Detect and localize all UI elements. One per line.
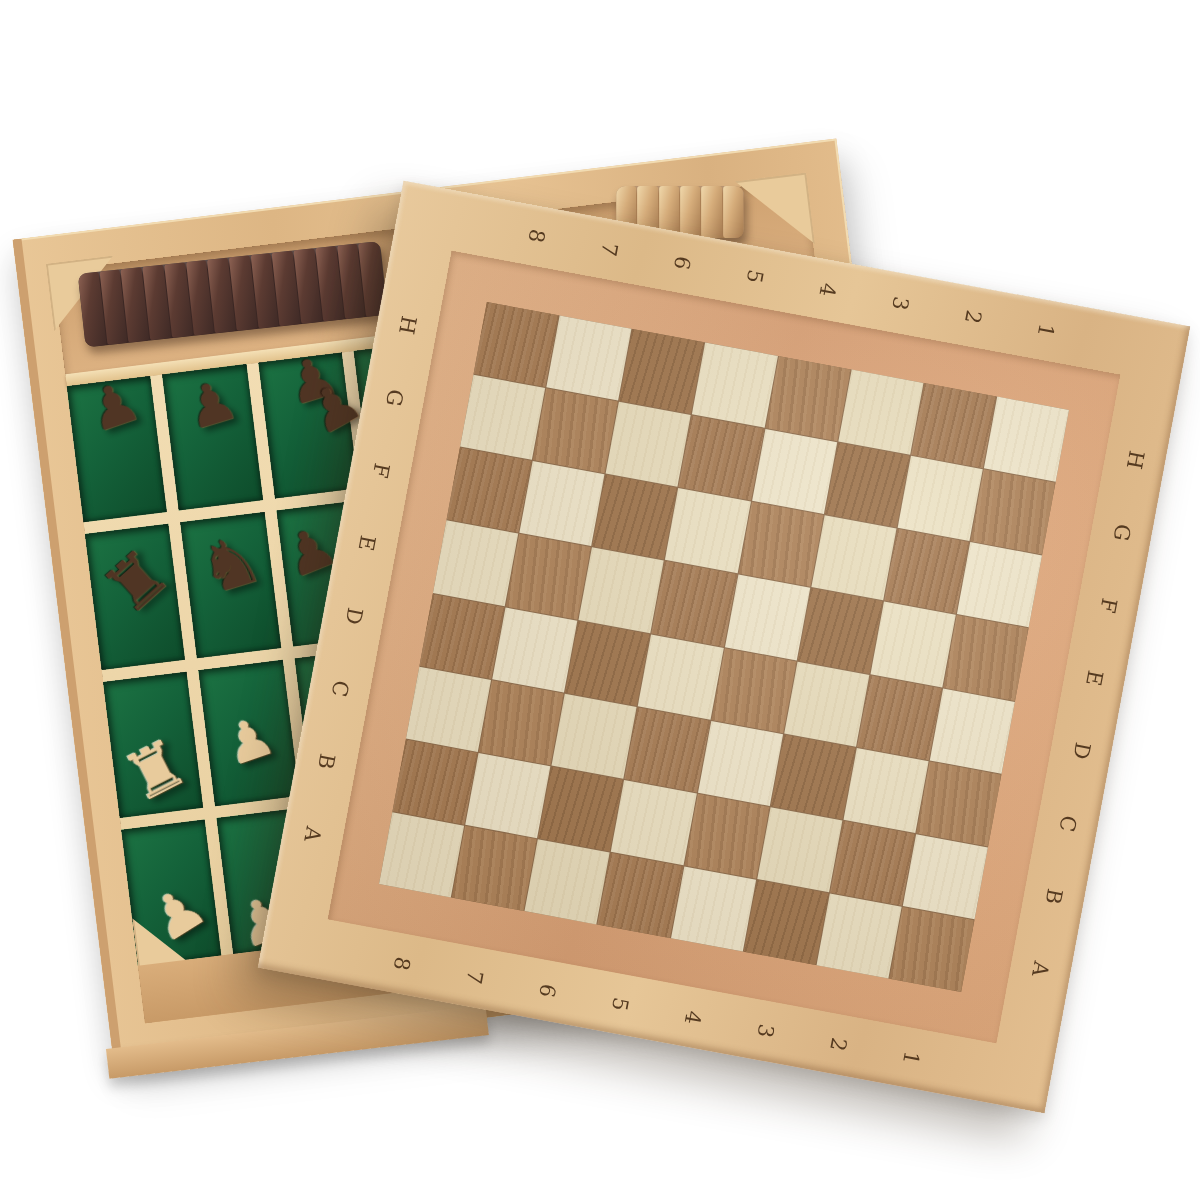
coord-label: A (1027, 959, 1053, 978)
coord-cell: 4 (654, 999, 731, 1036)
board-square[interactable] (393, 739, 478, 824)
dark-checkers-stack[interactable] (78, 241, 388, 347)
coord-label: 7 (462, 968, 488, 986)
board-square[interactable] (598, 853, 683, 938)
product-photo-stage: ♟♟♟♟♜♞♟♜♟♟♟ 87654321 87654321 HGFEDCBA H… (0, 0, 1200, 1200)
coord-label: A (300, 825, 326, 844)
coord-cell: 8 (498, 217, 575, 254)
board-square[interactable] (465, 753, 550, 838)
storage-cell (258, 352, 358, 498)
board-square[interactable] (857, 675, 942, 760)
coord-cell: 3 (862, 285, 939, 322)
coord-label: 8 (389, 955, 415, 973)
coord-label: 6 (534, 982, 560, 1000)
coord-label: 2 (825, 1036, 851, 1054)
board-square[interactable] (930, 688, 1015, 773)
storage-cell (162, 364, 262, 510)
board-square[interactable] (638, 634, 723, 719)
board-square[interactable] (619, 329, 704, 414)
board-square[interactable] (743, 880, 828, 965)
board-square[interactable] (770, 734, 855, 819)
coord-cell: 6 (509, 972, 586, 1009)
storage-cell (85, 524, 185, 670)
board-square[interactable] (889, 907, 974, 992)
board-square[interactable] (652, 561, 737, 646)
board-square[interactable] (506, 534, 591, 619)
chess-board: 87654321 87654321 HGFEDCBA HGFEDCBA (258, 181, 1190, 1113)
coord-label: 5 (607, 995, 633, 1013)
coord-cell: 7 (571, 231, 648, 268)
storage-cell (103, 672, 203, 818)
coord-label: D (340, 605, 367, 626)
board-square[interactable] (492, 607, 577, 692)
board-square[interactable] (784, 661, 869, 746)
coord-label: E (354, 533, 380, 552)
board-square[interactable] (452, 826, 537, 911)
coord-label: 1 (1033, 322, 1059, 340)
coord-cell: 5 (716, 258, 793, 295)
light-checker-disc[interactable] (680, 186, 700, 238)
board-square[interactable] (460, 375, 545, 460)
coord-label: C (327, 679, 354, 699)
coord-cell: 2 (800, 1026, 877, 1063)
board-square[interactable] (884, 529, 969, 614)
coord-label: 3 (753, 1022, 779, 1040)
coord-label: E (1081, 668, 1107, 687)
board-square[interactable] (592, 475, 677, 560)
board-square[interactable] (725, 575, 810, 660)
coord-cell: 8 (363, 945, 440, 982)
coord-label: D (1068, 740, 1095, 761)
board-square[interactable] (897, 456, 982, 541)
board-square[interactable] (546, 316, 631, 401)
coord-label: F (1095, 596, 1121, 615)
board-squares (379, 302, 1069, 992)
board-square[interactable] (538, 766, 623, 851)
board-square[interactable] (525, 839, 610, 924)
coord-label: B (313, 752, 339, 772)
board-square[interactable] (797, 588, 882, 673)
board-square[interactable] (671, 866, 756, 951)
coord-label: F (367, 461, 393, 480)
coord-cell: 7 (436, 959, 513, 996)
board-square[interactable] (474, 302, 559, 387)
coord-cell: 1 (1008, 312, 1085, 349)
board-square[interactable] (406, 666, 491, 751)
storage-cell (67, 376, 167, 522)
board-square[interactable] (903, 834, 988, 919)
coord-cell: 5 (582, 986, 659, 1023)
corner-block-right (735, 172, 815, 252)
board-square[interactable] (519, 461, 604, 546)
board-square[interactable] (479, 680, 564, 765)
coord-label: 2 (960, 308, 986, 326)
board-square[interactable] (911, 383, 996, 468)
light-checker-disc[interactable] (701, 186, 721, 238)
board-square[interactable] (692, 343, 777, 428)
board-square[interactable] (830, 820, 915, 905)
board-square[interactable] (765, 356, 850, 441)
board-square[interactable] (611, 780, 696, 865)
board-square[interactable] (625, 707, 710, 792)
board-square[interactable] (984, 397, 1069, 482)
board-square[interactable] (757, 807, 842, 892)
board-square[interactable] (679, 415, 764, 500)
board-square[interactable] (698, 720, 783, 805)
coord-label: 8 (524, 227, 550, 245)
coord-label: C (1054, 813, 1081, 833)
board-square[interactable] (606, 402, 691, 487)
board-square[interactable] (579, 548, 664, 633)
board-square[interactable] (824, 442, 909, 527)
coord-label: 3 (888, 295, 914, 313)
coord-label: B (1041, 887, 1067, 907)
storage-cell (199, 660, 299, 806)
coord-label: H (1122, 449, 1149, 471)
coord-label: 4 (680, 1009, 706, 1027)
board-square[interactable] (957, 542, 1042, 627)
board-square[interactable] (943, 615, 1028, 700)
coord-label: 5 (742, 268, 768, 286)
board-square[interactable] (379, 812, 464, 897)
board-square[interactable] (533, 388, 618, 473)
board-square[interactable] (970, 469, 1055, 554)
coord-label: 7 (597, 241, 623, 259)
board-square[interactable] (752, 429, 837, 514)
board-square[interactable] (711, 648, 796, 733)
coord-label: 1 (898, 1049, 924, 1067)
board-square[interactable] (552, 693, 637, 778)
light-checker-disc[interactable] (723, 186, 743, 238)
board-square[interactable] (838, 370, 923, 455)
board-square[interactable] (916, 761, 1001, 846)
board-square[interactable] (665, 488, 750, 573)
coord-cell: 4 (789, 271, 866, 308)
coord-label: G (1108, 522, 1135, 543)
coord-label: G (381, 387, 408, 408)
board-square[interactable] (738, 502, 823, 587)
board-square[interactable] (447, 448, 532, 533)
board-square[interactable] (420, 594, 505, 679)
coord-cell: 6 (644, 244, 721, 281)
board-square[interactable] (565, 621, 650, 706)
board-square[interactable] (811, 515, 896, 600)
storage-cell (180, 512, 280, 658)
board-square[interactable] (684, 793, 769, 878)
coord-label: 6 (669, 254, 695, 272)
board-square[interactable] (843, 747, 928, 832)
coord-cell: 1 (873, 1039, 950, 1076)
board-square[interactable] (870, 602, 955, 687)
coord-label: H (394, 314, 421, 336)
coord-cell: 2 (935, 298, 1012, 335)
coord-label: 4 (815, 281, 841, 299)
board-square[interactable] (433, 521, 518, 606)
board-square[interactable] (816, 893, 901, 978)
coord-cell: 3 (727, 1012, 804, 1049)
